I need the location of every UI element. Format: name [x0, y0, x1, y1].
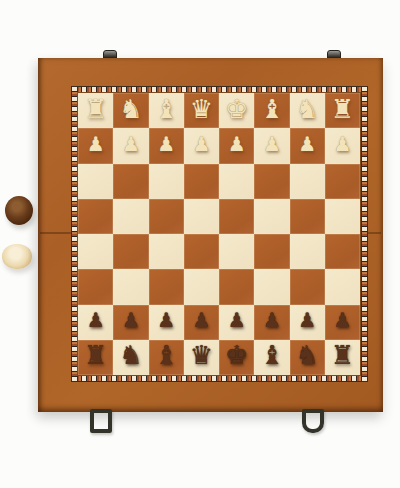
white-knight[interactable]: ♞	[295, 96, 318, 122]
square-r7c1[interactable]: ♞	[113, 340, 148, 375]
square-r4c3[interactable]	[184, 234, 219, 269]
square-r5c3[interactable]	[184, 269, 219, 304]
clasp-left-icon	[90, 409, 112, 433]
white-pawn[interactable]: ♟	[122, 134, 140, 154]
white-bishop[interactable]: ♝	[154, 96, 177, 122]
square-r6c7[interactable]: ♟	[325, 305, 360, 340]
black-knight[interactable]: ♞	[119, 342, 142, 368]
square-r5c1[interactable]	[113, 269, 148, 304]
black-king[interactable]: ♚	[225, 342, 248, 368]
square-r7c3[interactable]: ♛	[184, 340, 219, 375]
white-pawn[interactable]: ♟	[298, 134, 316, 154]
mosaic-border-right	[361, 86, 368, 382]
square-r6c4[interactable]: ♟	[219, 305, 254, 340]
mosaic-border-left	[71, 86, 78, 382]
square-r3c3[interactable]	[184, 199, 219, 234]
square-r2c4[interactable]	[219, 164, 254, 199]
square-r3c0[interactable]	[78, 199, 113, 234]
square-r4c1[interactable]	[113, 234, 148, 269]
square-r7c6[interactable]: ♞	[290, 340, 325, 375]
loose-light-pawn[interactable]	[2, 244, 32, 269]
black-pawn[interactable]: ♟	[228, 310, 246, 330]
square-r3c5[interactable]	[254, 199, 289, 234]
square-r1c4[interactable]: ♟	[219, 128, 254, 163]
square-r6c0[interactable]: ♟	[78, 305, 113, 340]
square-r2c2[interactable]	[149, 164, 184, 199]
black-rook[interactable]: ♜	[331, 342, 354, 368]
square-r0c1[interactable]: ♞	[113, 93, 148, 128]
white-pawn[interactable]: ♟	[157, 134, 175, 154]
white-pawn[interactable]: ♟	[333, 134, 351, 154]
square-r4c6[interactable]	[290, 234, 325, 269]
wooden-case-frame: ♜♞♝♛♚♝♞♜♟♟♟♟♟♟♟♟♟♟♟♟♟♟♟♟♜♞♝♛♚♝♞♜	[38, 58, 383, 412]
square-r5c5[interactable]	[254, 269, 289, 304]
black-knight[interactable]: ♞	[295, 342, 318, 368]
square-r6c5[interactable]: ♟	[254, 305, 289, 340]
square-r1c3[interactable]: ♟	[184, 128, 219, 163]
black-bishop[interactable]: ♝	[260, 342, 283, 368]
square-r0c4[interactable]: ♚	[219, 93, 254, 128]
scene: ♜♞♝♛♚♝♞♜♟♟♟♟♟♟♟♟♟♟♟♟♟♟♟♟♜♞♝♛♚♝♞♜	[0, 0, 400, 488]
square-r1c2[interactable]: ♟	[149, 128, 184, 163]
square-r0c7[interactable]: ♜	[325, 93, 360, 128]
white-pawn[interactable]: ♟	[263, 134, 281, 154]
black-rook[interactable]: ♜	[84, 342, 107, 368]
black-pawn[interactable]: ♟	[192, 310, 210, 330]
square-r4c2[interactable]	[149, 234, 184, 269]
square-r3c4[interactable]	[219, 199, 254, 234]
mosaic-border-bottom	[71, 375, 368, 382]
square-r4c4[interactable]	[219, 234, 254, 269]
square-r7c0[interactable]: ♜	[78, 340, 113, 375]
square-r2c3[interactable]	[184, 164, 219, 199]
square-r1c6[interactable]: ♟	[290, 128, 325, 163]
square-r3c6[interactable]	[290, 199, 325, 234]
fold-seam-right	[367, 232, 381, 234]
square-r2c6[interactable]	[290, 164, 325, 199]
square-r7c4[interactable]: ♚	[219, 340, 254, 375]
black-bishop[interactable]: ♝	[154, 342, 177, 368]
square-r1c1[interactable]: ♟	[113, 128, 148, 163]
black-pawn[interactable]: ♟	[122, 310, 140, 330]
square-r0c3[interactable]: ♛	[184, 93, 219, 128]
white-rook[interactable]: ♜	[84, 96, 107, 122]
white-pawn[interactable]: ♟	[192, 134, 210, 154]
square-r2c7[interactable]	[325, 164, 360, 199]
square-r6c1[interactable]: ♟	[113, 305, 148, 340]
black-pawn[interactable]: ♟	[87, 310, 105, 330]
playing-area: ♜♞♝♛♚♝♞♜♟♟♟♟♟♟♟♟♟♟♟♟♟♟♟♟♜♞♝♛♚♝♞♜	[78, 93, 360, 375]
square-r6c3[interactable]: ♟	[184, 305, 219, 340]
square-r1c5[interactable]: ♟	[254, 128, 289, 163]
square-r0c2[interactable]: ♝	[149, 93, 184, 128]
square-r5c2[interactable]	[149, 269, 184, 304]
square-r4c7[interactable]	[325, 234, 360, 269]
white-knight[interactable]: ♞	[119, 96, 142, 122]
black-pawn[interactable]: ♟	[157, 310, 175, 330]
square-r2c5[interactable]	[254, 164, 289, 199]
white-queen[interactable]: ♛	[190, 96, 213, 122]
white-rook[interactable]: ♜	[331, 96, 354, 122]
square-r4c5[interactable]	[254, 234, 289, 269]
square-r4c0[interactable]	[78, 234, 113, 269]
white-bishop[interactable]: ♝	[260, 96, 283, 122]
square-r3c7[interactable]	[325, 199, 360, 234]
loose-dark-pawn[interactable]	[5, 196, 33, 225]
white-pawn[interactable]: ♟	[228, 134, 246, 154]
clasp-right-icon	[302, 409, 324, 433]
square-r5c4[interactable]	[219, 269, 254, 304]
square-r5c7[interactable]	[325, 269, 360, 304]
square-r3c2[interactable]	[149, 199, 184, 234]
black-pawn[interactable]: ♟	[263, 310, 281, 330]
black-pawn[interactable]: ♟	[333, 310, 351, 330]
square-r1c0[interactable]: ♟	[78, 128, 113, 163]
square-r7c5[interactable]: ♝	[254, 340, 289, 375]
square-r7c2[interactable]: ♝	[149, 340, 184, 375]
square-r6c2[interactable]: ♟	[149, 305, 184, 340]
square-r1c7[interactable]: ♟	[325, 128, 360, 163]
square-r0c0[interactable]: ♜	[78, 93, 113, 128]
white-king[interactable]: ♚	[225, 96, 248, 122]
fold-seam-left	[40, 232, 72, 234]
black-pawn[interactable]: ♟	[298, 310, 316, 330]
square-r2c1[interactable]	[113, 164, 148, 199]
square-r3c1[interactable]	[113, 199, 148, 234]
square-r0c6[interactable]: ♞	[290, 93, 325, 128]
mosaic-border-top	[71, 86, 368, 93]
square-r5c0[interactable]	[78, 269, 113, 304]
square-r5c6[interactable]	[290, 269, 325, 304]
square-r7c7[interactable]: ♜	[325, 340, 360, 375]
square-r2c0[interactable]	[78, 164, 113, 199]
white-pawn[interactable]: ♟	[87, 134, 105, 154]
square-r6c6[interactable]: ♟	[290, 305, 325, 340]
black-queen[interactable]: ♛	[190, 342, 213, 368]
square-r0c5[interactable]: ♝	[254, 93, 289, 128]
